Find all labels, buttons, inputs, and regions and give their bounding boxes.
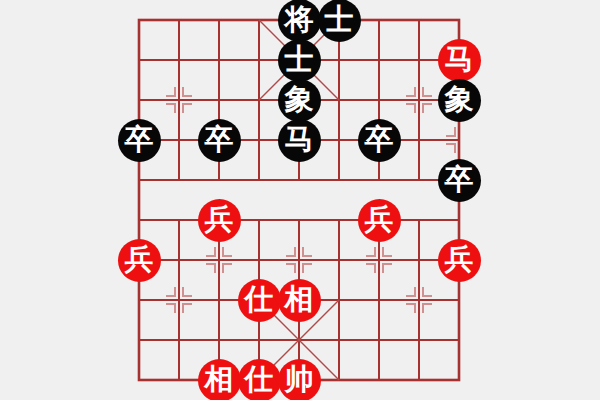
intersection-2-7[interactable] bbox=[199, 280, 239, 320]
intersection-8-8[interactable] bbox=[439, 320, 479, 360]
intersection-2-9[interactable]: 相 bbox=[199, 360, 239, 400]
intersection-3-0[interactable] bbox=[239, 0, 279, 40]
intersection-2-5[interactable]: 兵 bbox=[199, 200, 239, 240]
intersection-4-1[interactable]: 士 bbox=[279, 40, 319, 80]
intersection-8-0[interactable] bbox=[439, 0, 479, 40]
intersection-7-2[interactable] bbox=[399, 80, 439, 120]
intersection-0-1[interactable] bbox=[119, 40, 159, 80]
intersection-5-5[interactable] bbox=[319, 200, 359, 240]
red-pawn[interactable]: 兵 bbox=[438, 239, 481, 282]
black-pawn[interactable]: 卒 bbox=[358, 119, 401, 162]
intersection-1-8[interactable] bbox=[159, 320, 199, 360]
board-grid: 将士士马象象卒卒马卒卒兵兵兵兵仕相相仕帅 bbox=[119, 0, 479, 400]
intersection-0-2[interactable] bbox=[119, 80, 159, 120]
intersection-1-1[interactable] bbox=[159, 40, 199, 80]
red-horse[interactable]: 马 bbox=[438, 39, 481, 82]
intersection-3-4[interactable] bbox=[239, 160, 279, 200]
intersection-6-9[interactable] bbox=[359, 360, 399, 400]
piece-character: 象 bbox=[445, 85, 474, 114]
intersection-8-7[interactable] bbox=[439, 280, 479, 320]
intersection-7-7[interactable] bbox=[399, 280, 439, 320]
intersection-3-9[interactable]: 仕 bbox=[239, 360, 279, 400]
intersection-0-8[interactable] bbox=[119, 320, 159, 360]
black-pawn[interactable]: 卒 bbox=[118, 119, 161, 162]
intersection-2-1[interactable] bbox=[199, 40, 239, 80]
intersection-4-7[interactable]: 相 bbox=[279, 280, 319, 320]
intersection-1-6[interactable] bbox=[159, 240, 199, 280]
intersection-8-4[interactable]: 卒 bbox=[439, 160, 479, 200]
intersection-1-7[interactable] bbox=[159, 280, 199, 320]
intersection-3-5[interactable] bbox=[239, 200, 279, 240]
piece-character: 士 bbox=[285, 45, 314, 74]
intersection-8-2[interactable]: 象 bbox=[439, 80, 479, 120]
red-elephant[interactable]: 相 bbox=[198, 359, 241, 400]
intersection-4-2[interactable]: 象 bbox=[279, 80, 319, 120]
intersection-5-6[interactable] bbox=[319, 240, 359, 280]
piece-character: 士 bbox=[325, 5, 354, 34]
intersection-1-9[interactable] bbox=[159, 360, 199, 400]
intersection-5-0[interactable]: 士 bbox=[319, 0, 359, 40]
intersection-0-4[interactable] bbox=[119, 160, 159, 200]
intersection-1-0[interactable] bbox=[159, 0, 199, 40]
intersection-7-1[interactable] bbox=[399, 40, 439, 80]
intersection-8-1[interactable]: 马 bbox=[439, 40, 479, 80]
piece-character: 相 bbox=[205, 365, 234, 394]
intersection-1-2[interactable] bbox=[159, 80, 199, 120]
intersection-0-3[interactable]: 卒 bbox=[119, 120, 159, 160]
red-general[interactable]: 帅 bbox=[278, 359, 321, 400]
intersection-8-5[interactable] bbox=[439, 200, 479, 240]
piece-character: 兵 bbox=[365, 205, 394, 234]
intersection-2-6[interactable] bbox=[199, 240, 239, 280]
intersection-4-0[interactable]: 将 bbox=[279, 0, 319, 40]
red-advisor[interactable]: 仕 bbox=[238, 359, 281, 400]
intersection-2-2[interactable] bbox=[199, 80, 239, 120]
intersection-4-6[interactable] bbox=[279, 240, 319, 280]
piece-character: 兵 bbox=[205, 205, 234, 234]
intersection-7-6[interactable] bbox=[399, 240, 439, 280]
intersection-8-3[interactable] bbox=[439, 120, 479, 160]
intersection-6-6[interactable] bbox=[359, 240, 399, 280]
intersection-4-5[interactable] bbox=[279, 200, 319, 240]
intersection-7-3[interactable] bbox=[399, 120, 439, 160]
intersection-8-6[interactable]: 兵 bbox=[439, 240, 479, 280]
piece-character: 象 bbox=[285, 85, 314, 114]
black-general[interactable]: 将 bbox=[278, 0, 321, 42]
intersection-4-3[interactable]: 马 bbox=[279, 120, 319, 160]
intersection-5-4[interactable] bbox=[319, 160, 359, 200]
piece-character: 马 bbox=[285, 125, 314, 154]
xiangqi-board: 将士士马象象卒卒马卒卒兵兵兵兵仕相相仕帅 bbox=[0, 0, 600, 400]
piece-character: 仕 bbox=[245, 365, 274, 394]
piece-character: 仕 bbox=[245, 285, 274, 314]
intersection-2-8[interactable] bbox=[199, 320, 239, 360]
intersection-3-7[interactable]: 仕 bbox=[239, 280, 279, 320]
red-pawn[interactable]: 兵 bbox=[358, 199, 401, 242]
intersection-7-9[interactable] bbox=[399, 360, 439, 400]
intersection-4-8[interactable] bbox=[279, 320, 319, 360]
intersection-7-0[interactable] bbox=[399, 0, 439, 40]
black-horse[interactable]: 马 bbox=[278, 119, 321, 162]
piece-character: 卒 bbox=[205, 125, 234, 154]
intersection-1-4[interactable] bbox=[159, 160, 199, 200]
intersection-5-3[interactable] bbox=[319, 120, 359, 160]
intersection-6-4[interactable] bbox=[359, 160, 399, 200]
black-elephant[interactable]: 象 bbox=[438, 79, 481, 122]
piece-character: 将 bbox=[285, 5, 314, 34]
intersection-5-8[interactable] bbox=[319, 320, 359, 360]
intersection-0-0[interactable] bbox=[119, 0, 159, 40]
intersection-4-4[interactable] bbox=[279, 160, 319, 200]
black-advisor[interactable]: 士 bbox=[318, 0, 361, 42]
piece-character: 卒 bbox=[365, 125, 394, 154]
intersection-0-7[interactable] bbox=[119, 280, 159, 320]
intersection-8-9[interactable] bbox=[439, 360, 479, 400]
intersection-6-5[interactable]: 兵 bbox=[359, 200, 399, 240]
intersection-3-6[interactable] bbox=[239, 240, 279, 280]
piece-character: 兵 bbox=[445, 245, 474, 274]
intersection-2-4[interactable] bbox=[199, 160, 239, 200]
intersection-0-6[interactable]: 兵 bbox=[119, 240, 159, 280]
red-advisor[interactable]: 仕 bbox=[238, 279, 281, 322]
intersection-5-7[interactable] bbox=[319, 280, 359, 320]
intersection-0-9[interactable] bbox=[119, 360, 159, 400]
intersection-4-9[interactable]: 帅 bbox=[279, 360, 319, 400]
intersection-0-5[interactable] bbox=[119, 200, 159, 240]
intersection-3-8[interactable] bbox=[239, 320, 279, 360]
piece-character: 卒 bbox=[445, 165, 474, 194]
intersection-6-1[interactable] bbox=[359, 40, 399, 80]
intersection-7-5[interactable] bbox=[399, 200, 439, 240]
intersection-3-3[interactable] bbox=[239, 120, 279, 160]
intersection-6-3[interactable]: 卒 bbox=[359, 120, 399, 160]
intersection-6-2[interactable] bbox=[359, 80, 399, 120]
intersection-2-3[interactable]: 卒 bbox=[199, 120, 239, 160]
intersection-6-0[interactable] bbox=[359, 0, 399, 40]
black-pawn[interactable]: 卒 bbox=[438, 159, 481, 202]
intersection-5-9[interactable] bbox=[319, 360, 359, 400]
piece-character: 马 bbox=[445, 45, 474, 74]
intersection-6-8[interactable] bbox=[359, 320, 399, 360]
red-pawn[interactable]: 兵 bbox=[198, 199, 241, 242]
black-advisor[interactable]: 士 bbox=[278, 39, 321, 82]
red-elephant[interactable]: 相 bbox=[278, 279, 321, 322]
intersection-1-5[interactable] bbox=[159, 200, 199, 240]
intersection-2-0[interactable] bbox=[199, 0, 239, 40]
red-pawn[interactable]: 兵 bbox=[118, 239, 161, 282]
intersection-5-1[interactable] bbox=[319, 40, 359, 80]
intersection-1-3[interactable] bbox=[159, 120, 199, 160]
piece-character: 卒 bbox=[125, 125, 154, 154]
intersection-7-4[interactable] bbox=[399, 160, 439, 200]
black-elephant[interactable]: 象 bbox=[278, 79, 321, 122]
intersection-3-1[interactable] bbox=[239, 40, 279, 80]
piece-character: 兵 bbox=[125, 245, 154, 274]
intersection-6-7[interactable] bbox=[359, 280, 399, 320]
piece-character: 帅 bbox=[285, 365, 314, 394]
intersection-7-8[interactable] bbox=[399, 320, 439, 360]
intersection-5-2[interactable] bbox=[319, 80, 359, 120]
piece-character: 相 bbox=[285, 285, 314, 314]
intersection-3-2[interactable] bbox=[239, 80, 279, 120]
black-pawn[interactable]: 卒 bbox=[198, 119, 241, 162]
